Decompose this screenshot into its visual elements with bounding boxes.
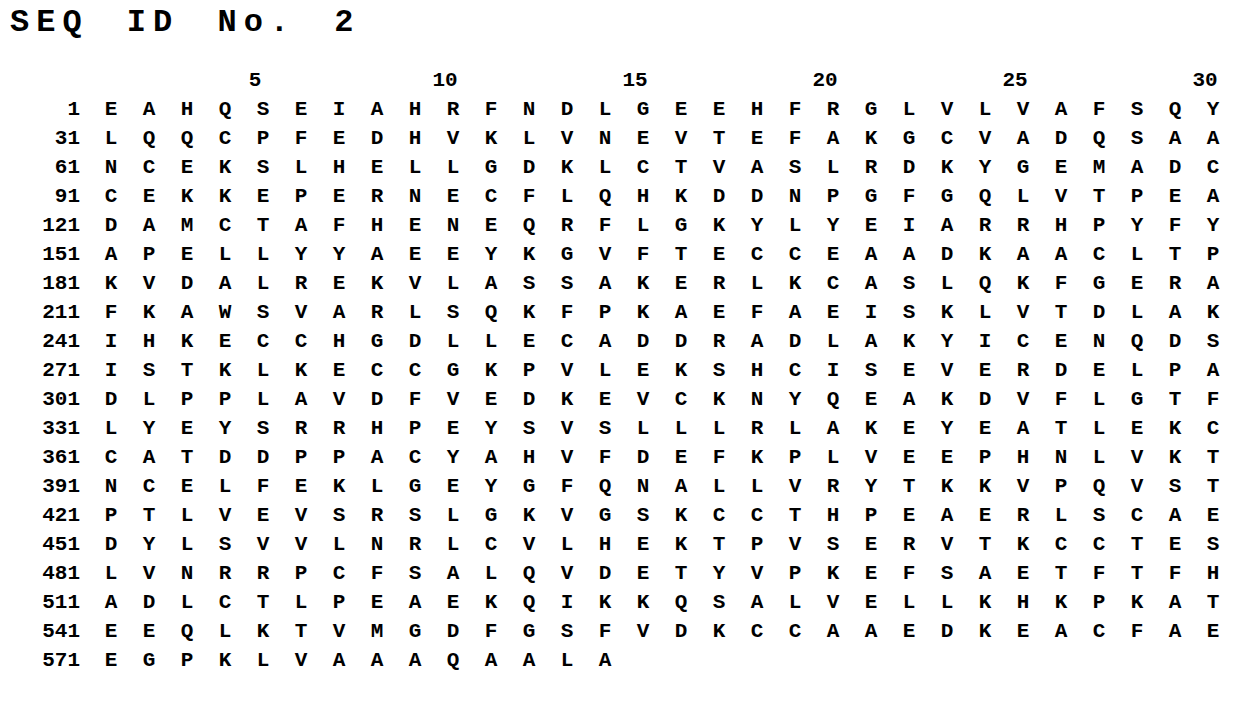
residue-cell: A	[852, 617, 890, 646]
residue-cell: A	[282, 211, 320, 240]
residue-cell: Q	[586, 472, 624, 501]
residue-cell: Q	[1156, 95, 1194, 124]
row-number: 481	[0, 562, 92, 585]
residue-cell: R	[814, 472, 852, 501]
residue-cell: E	[206, 327, 244, 356]
residue-cell: L	[548, 530, 586, 559]
residue-cell: R	[1004, 356, 1042, 385]
residue-cell: E	[662, 95, 700, 124]
residue-cell: P	[1042, 472, 1080, 501]
residue-cell: A	[320, 646, 358, 675]
residue-cell: A	[586, 327, 624, 356]
residue-cell: H	[1042, 211, 1080, 240]
sequence-row: 361CATDDPPACYAHVFDEFKPLVEEPHNLVKT	[0, 443, 1240, 472]
residue-cell: Q	[434, 646, 472, 675]
residue-cell: F	[1042, 385, 1080, 414]
residue-cell: F	[1080, 95, 1118, 124]
residue-cell: C	[244, 327, 282, 356]
residue-cell: D	[510, 385, 548, 414]
residue-cell: V	[1004, 472, 1042, 501]
residue-cell: D	[1156, 327, 1194, 356]
residue-cell: L	[244, 385, 282, 414]
sequence-row: 31LQQCPFEDHVKLVNEVTEFAKGCVADQSAA	[0, 124, 1240, 153]
row-number: 301	[0, 388, 92, 411]
residue-cell: V	[434, 124, 472, 153]
residue-cell: H	[1004, 588, 1042, 617]
residue-cell: P	[966, 443, 1004, 472]
residue-cell: W	[206, 298, 244, 327]
residue-cell: A	[928, 211, 966, 240]
sequence-row: 271ISTKLKECCGKPVLEKSHCISEVERDELPA	[0, 356, 1240, 385]
residue-cell: S	[244, 153, 282, 182]
residue-cell: T	[1042, 559, 1080, 588]
residue-cell: I	[890, 211, 928, 240]
residue-cell: K	[320, 472, 358, 501]
residue-cell: K	[852, 124, 890, 153]
residue-cell: L	[814, 443, 852, 472]
residue-cell: G	[396, 472, 434, 501]
residue-cell: E	[624, 530, 662, 559]
residue-cell: E	[320, 124, 358, 153]
residue-cell: V	[282, 501, 320, 530]
residue-cell: K	[206, 646, 244, 675]
residue-cell: I	[92, 327, 130, 356]
residue-cell: Q	[814, 385, 852, 414]
residue-cell: A	[358, 240, 396, 269]
residue-cell: K	[814, 559, 852, 588]
residue-cell: H	[1004, 443, 1042, 472]
residue-cell: D	[206, 443, 244, 472]
residue-cell: N	[434, 211, 472, 240]
residue-cell: F	[396, 385, 434, 414]
residue-cell: E	[92, 95, 130, 124]
residue-cell: L	[434, 153, 472, 182]
residue-cell: R	[358, 501, 396, 530]
residue-cell: P	[282, 182, 320, 211]
residue-cell: E	[700, 298, 738, 327]
residue-cell: S	[396, 559, 434, 588]
sequence-row: 151APELLYYAEEYKGVFTECCEAADKAACLTP	[0, 240, 1240, 269]
row-number: 61	[0, 156, 92, 179]
residue-cell: A	[662, 472, 700, 501]
residue-cell: P	[1080, 211, 1118, 240]
residue-cell: C	[1004, 327, 1042, 356]
residue-cell: K	[700, 617, 738, 646]
residue-cell: K	[966, 240, 1004, 269]
residue-cell: D	[396, 327, 434, 356]
residue-cell: L	[358, 472, 396, 501]
residue-cell: I	[92, 356, 130, 385]
residue-cell: S	[130, 356, 168, 385]
residue-cell: K	[624, 298, 662, 327]
residue-cell: S	[1194, 327, 1232, 356]
residue-cell: Q	[662, 588, 700, 617]
residue-cell: Q	[510, 588, 548, 617]
residue-cell: D	[966, 385, 1004, 414]
residue-cell: F	[738, 298, 776, 327]
residue-cell: E	[852, 211, 890, 240]
residue-cell: K	[928, 153, 966, 182]
residue-cell: K	[1156, 414, 1194, 443]
residue-cell: Y	[472, 472, 510, 501]
residue-cell: D	[624, 327, 662, 356]
residue-cell: T	[700, 530, 738, 559]
residue-cell: D	[928, 617, 966, 646]
sequence-title: SEQ ID No. 2	[10, 4, 360, 41]
residue-cell: A	[928, 501, 966, 530]
residue-cell: L	[814, 327, 852, 356]
residue-cell: Q	[130, 124, 168, 153]
column-header: 30	[1186, 66, 1224, 95]
residue-cell: F	[586, 211, 624, 240]
residue-cell: L	[776, 211, 814, 240]
residue-cell: S	[510, 414, 548, 443]
residue-cell: N	[586, 124, 624, 153]
residue-cell: E	[396, 240, 434, 269]
residue-cell: K	[1194, 298, 1232, 327]
residue-cell: N	[624, 472, 662, 501]
residue-cell: C	[548, 327, 586, 356]
residue-cell: K	[510, 501, 548, 530]
row-number: 151	[0, 243, 92, 266]
residue-cell: E	[282, 95, 320, 124]
residue-cell: H	[320, 327, 358, 356]
residue-cell: P	[738, 530, 776, 559]
residue-cell: R	[1004, 211, 1042, 240]
row-number: 571	[0, 649, 92, 672]
residue-cell: V	[776, 472, 814, 501]
residue-cell: V	[814, 588, 852, 617]
residue-cell: S	[1080, 501, 1118, 530]
residue-cell: L	[928, 588, 966, 617]
residue-cell: E	[434, 414, 472, 443]
residue-cell: E	[396, 211, 434, 240]
residue-cell: L	[1080, 443, 1118, 472]
residue-cell: A	[1194, 356, 1232, 385]
residue-cell: L	[548, 646, 586, 675]
residue-cell: A	[814, 124, 852, 153]
residue-cell: E	[1118, 269, 1156, 298]
residue-cell: D	[662, 327, 700, 356]
residue-cell: V	[1118, 472, 1156, 501]
residue-cell: F	[1156, 211, 1194, 240]
residue-cell: R	[1156, 269, 1194, 298]
residue-cell: L	[1042, 501, 1080, 530]
residue-cell: D	[358, 385, 396, 414]
residue-cell: K	[662, 356, 700, 385]
residue-cell: R	[700, 327, 738, 356]
residue-cell: N	[1080, 327, 1118, 356]
residue-cell: A	[890, 240, 928, 269]
residue-cell: L	[586, 95, 624, 124]
residue-cell: P	[92, 501, 130, 530]
residue-cell: L	[472, 559, 510, 588]
residue-cell: K	[510, 298, 548, 327]
residue-cell: I	[548, 588, 586, 617]
residue-cell: E	[168, 472, 206, 501]
sequence-row: 91CEKKEPERNECFLQHKDDNPGFGQLVTPEA	[0, 182, 1240, 211]
residue-cell: E	[1042, 327, 1080, 356]
residue-cell: V	[434, 385, 472, 414]
residue-cell: E	[852, 530, 890, 559]
residue-cell: A	[1004, 240, 1042, 269]
residue-cell: V	[130, 559, 168, 588]
residue-cell: E	[586, 385, 624, 414]
residue-cell: S	[244, 414, 282, 443]
residue-cell: E	[928, 443, 966, 472]
residue-cell: A	[130, 443, 168, 472]
residue-cell: D	[700, 182, 738, 211]
residue-cell: S	[776, 153, 814, 182]
residue-cell: F	[472, 617, 510, 646]
residue-cell: H	[130, 327, 168, 356]
residue-cell: G	[548, 240, 586, 269]
residue-cell: Q	[168, 617, 206, 646]
residue-cell: K	[130, 298, 168, 327]
residue-cell: L	[206, 617, 244, 646]
residue-cell: I	[814, 356, 852, 385]
residue-cell: S	[852, 356, 890, 385]
residue-cell: V	[928, 95, 966, 124]
residue-cell: V	[548, 356, 586, 385]
sequence-grid: 510152025301EAHQSEIAHRFNDLGEEHFRGLVLVAFS…	[0, 66, 1240, 675]
residue-cell: D	[358, 124, 396, 153]
residue-cell: A	[1156, 588, 1194, 617]
residue-cell: K	[662, 530, 700, 559]
residue-cell: S	[700, 588, 738, 617]
residue-cell: C	[320, 559, 358, 588]
residue-cell: T	[1156, 240, 1194, 269]
sequence-row: 391NCELFEKLGEYGFQNALLVRYTKKVPQVST	[0, 472, 1240, 501]
residue-cell: D	[1042, 356, 1080, 385]
residue-cell: E	[624, 356, 662, 385]
residue-cell: P	[776, 559, 814, 588]
residue-cell: D	[92, 211, 130, 240]
residue-cell: K	[358, 269, 396, 298]
residue-cell: K	[472, 124, 510, 153]
residue-cell: P	[244, 124, 282, 153]
column-header: 10	[426, 66, 464, 95]
residue-cell: C	[928, 124, 966, 153]
residue-cell: E	[1194, 501, 1232, 530]
residue-cell: F	[700, 443, 738, 472]
residue-cell: Q	[966, 182, 1004, 211]
residue-cell: M	[168, 211, 206, 240]
residue-cell: C	[92, 182, 130, 211]
residue-cell: L	[434, 501, 472, 530]
sequence-row: 61NCEKSLHELLGDKLCTVASLRDKYGEMADC	[0, 153, 1240, 182]
residue-cell: A	[472, 443, 510, 472]
residue-cell: L	[548, 182, 586, 211]
residue-cell: A	[738, 588, 776, 617]
row-number: 31	[0, 127, 92, 150]
residue-cell: D	[1156, 153, 1194, 182]
residue-cell: F	[472, 95, 510, 124]
residue-cell: L	[168, 588, 206, 617]
residue-cell: Y	[776, 385, 814, 414]
residue-cell: A	[814, 414, 852, 443]
residue-cell: R	[852, 153, 890, 182]
residue-cell: T	[700, 124, 738, 153]
residue-cell: E	[130, 182, 168, 211]
residue-cell: L	[510, 124, 548, 153]
residue-cell: L	[434, 530, 472, 559]
residue-cell: E	[434, 182, 472, 211]
residue-cell: P	[1194, 240, 1232, 269]
residue-cell: P	[1118, 182, 1156, 211]
residue-cell: E	[700, 240, 738, 269]
residue-cell: E	[890, 501, 928, 530]
residue-cell: K	[1004, 530, 1042, 559]
residue-cell: V	[624, 617, 662, 646]
residue-cell: A	[1156, 617, 1194, 646]
residue-cell: V	[320, 617, 358, 646]
residue-cell: E	[320, 356, 358, 385]
residue-cell: K	[548, 385, 586, 414]
residue-cell: H	[814, 501, 852, 530]
residue-cell: R	[548, 211, 586, 240]
residue-cell: A	[1004, 414, 1042, 443]
residue-cell: A	[1156, 501, 1194, 530]
residue-cell: L	[396, 153, 434, 182]
sequence-row: 511ADLCTLPEAEKQIKKQSALVELLKHKPKAT	[0, 588, 1240, 617]
residue-cell: T	[1118, 530, 1156, 559]
residue-cell: R	[358, 298, 396, 327]
residue-cell: P	[130, 240, 168, 269]
residue-cell: R	[244, 559, 282, 588]
residue-cell: Y	[1118, 211, 1156, 240]
residue-cell: E	[244, 182, 282, 211]
sequence-row: 211FKAWSVARLSQKFPKAEFAEISKLVTDLAK	[0, 298, 1240, 327]
residue-cell: R	[966, 211, 1004, 240]
residue-cell: L	[966, 298, 1004, 327]
residue-cell: D	[510, 153, 548, 182]
residue-cell: K	[168, 327, 206, 356]
residue-cell: C	[662, 385, 700, 414]
residue-cell: G	[890, 124, 928, 153]
residue-cell: I	[320, 95, 358, 124]
sequence-row: 571EGPKLVAAAQAALA	[0, 646, 1240, 675]
residue-cell: S	[700, 356, 738, 385]
residue-cell: L	[1080, 414, 1118, 443]
residue-cell: F	[586, 443, 624, 472]
residue-cell: F	[510, 182, 548, 211]
residue-cell: F	[548, 298, 586, 327]
residue-cell: C	[92, 443, 130, 472]
residue-cell: E	[1004, 617, 1042, 646]
row-number: 241	[0, 330, 92, 353]
residue-cell: E	[1118, 414, 1156, 443]
residue-cell: E	[282, 472, 320, 501]
residue-cell: A	[396, 588, 434, 617]
row-number: 391	[0, 475, 92, 498]
residue-cell: A	[358, 95, 396, 124]
row-number: 511	[0, 591, 92, 614]
residue-cell: V	[1004, 385, 1042, 414]
residue-cell: K	[510, 240, 548, 269]
residue-cell: L	[282, 153, 320, 182]
residue-cell: F	[1156, 559, 1194, 588]
residue-cell: L	[624, 414, 662, 443]
residue-cell: L	[928, 269, 966, 298]
residue-cell: L	[1004, 182, 1042, 211]
residue-cell: K	[662, 501, 700, 530]
residue-cell: N	[92, 153, 130, 182]
residue-cell: F	[92, 298, 130, 327]
residue-cell: P	[586, 298, 624, 327]
residue-cell: V	[738, 559, 776, 588]
residue-cell: K	[624, 269, 662, 298]
residue-cell: L	[244, 646, 282, 675]
residue-cell: L	[586, 356, 624, 385]
residue-cell: R	[890, 530, 928, 559]
residue-cell: E	[890, 443, 928, 472]
residue-cell: V	[1042, 182, 1080, 211]
residue-cell: K	[738, 443, 776, 472]
residue-cell: L	[320, 530, 358, 559]
residue-cell: R	[1004, 501, 1042, 530]
residue-cell: L	[586, 153, 624, 182]
residue-cell: L	[92, 414, 130, 443]
residue-cell: L	[700, 472, 738, 501]
residue-cell: L	[244, 269, 282, 298]
residue-cell: V	[928, 356, 966, 385]
residue-cell: L	[206, 472, 244, 501]
residue-cell: E	[358, 588, 396, 617]
residue-cell: V	[928, 530, 966, 559]
residue-cell: K	[966, 472, 1004, 501]
residue-cell: N	[776, 182, 814, 211]
row-number: 181	[0, 272, 92, 295]
residue-cell: G	[130, 646, 168, 675]
residue-cell: V	[282, 646, 320, 675]
residue-cell: C	[738, 617, 776, 646]
residue-cell: C	[130, 472, 168, 501]
residue-cell: E	[510, 327, 548, 356]
residue-cell: E	[472, 211, 510, 240]
residue-cell: G	[1118, 385, 1156, 414]
residue-cell: Q	[1080, 124, 1118, 153]
residue-cell: K	[92, 269, 130, 298]
residue-cell: L	[130, 385, 168, 414]
residue-cell: E	[434, 240, 472, 269]
residue-cell: A	[130, 211, 168, 240]
residue-cell: H	[396, 95, 434, 124]
residue-cell: M	[358, 617, 396, 646]
residue-cell: E	[624, 124, 662, 153]
residue-cell: T	[662, 240, 700, 269]
residue-cell: C	[1042, 530, 1080, 559]
residue-cell: E	[890, 414, 928, 443]
residue-cell: Y	[1194, 211, 1232, 240]
residue-cell: Y	[130, 414, 168, 443]
residue-cell: E	[852, 385, 890, 414]
residue-cell: V	[396, 269, 434, 298]
residue-cell: C	[776, 356, 814, 385]
residue-cell: L	[434, 327, 472, 356]
residue-cell: H	[624, 182, 662, 211]
residue-cell: Q	[966, 269, 1004, 298]
residue-cell: Y	[852, 472, 890, 501]
row-number: 121	[0, 214, 92, 237]
residue-cell: Y	[738, 211, 776, 240]
residue-cell: F	[890, 182, 928, 211]
residue-cell: C	[1118, 501, 1156, 530]
sequence-row: 121DAMCTAFHENEQRFLGKYLYEIARRHPYFY	[0, 211, 1240, 240]
residue-cell: F	[1118, 617, 1156, 646]
residue-cell: C	[1080, 617, 1118, 646]
row-number: 211	[0, 301, 92, 324]
